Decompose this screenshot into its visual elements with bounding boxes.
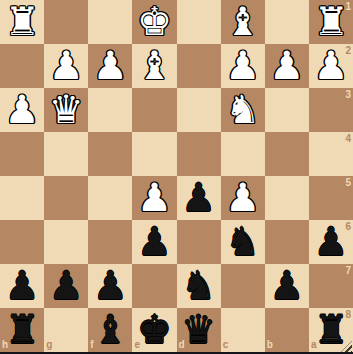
square-d5[interactable]: ♟: [177, 176, 221, 220]
square-e3[interactable]: [132, 88, 176, 132]
square-c2[interactable]: ♟: [221, 44, 265, 88]
square-c1[interactable]: ♝: [221, 0, 265, 44]
square-g6[interactable]: [44, 220, 88, 264]
square-g1[interactable]: [44, 0, 88, 44]
black-pawn-icon[interactable]: ♟: [93, 266, 128, 305]
chess-board-container: ♜♚♝♜♟♟♝♟♟♟♟♛♞♟♟♟♟♞♟♟♟♟♞♟♜♝♚♛♜ 12345678hg…: [0, 0, 353, 354]
square-h7[interactable]: ♟: [0, 264, 44, 308]
square-a5[interactable]: [309, 176, 353, 220]
square-h6[interactable]: [0, 220, 44, 264]
white-pawn-icon[interactable]: ♟: [5, 90, 40, 129]
square-f5[interactable]: [88, 176, 132, 220]
square-c5[interactable]: ♟: [221, 176, 265, 220]
square-b1[interactable]: [265, 0, 309, 44]
square-d4[interactable]: [177, 132, 221, 176]
white-pawn-icon[interactable]: ♟: [49, 46, 84, 85]
black-rook-icon[interactable]: ♜: [5, 310, 40, 349]
square-a3[interactable]: [309, 88, 353, 132]
square-e8[interactable]: ♚: [132, 308, 176, 352]
white-bishop-icon[interactable]: ♝: [137, 46, 172, 85]
square-c7[interactable]: [221, 264, 265, 308]
white-pawn-icon[interactable]: ♟: [313, 46, 348, 85]
square-f8[interactable]: ♝: [88, 308, 132, 352]
black-king-icon[interactable]: ♚: [137, 310, 172, 349]
white-knight-icon[interactable]: ♞: [225, 90, 260, 129]
square-f7[interactable]: ♟: [88, 264, 132, 308]
black-pawn-icon[interactable]: ♟: [49, 266, 84, 305]
white-king-icon[interactable]: ♚: [137, 2, 172, 41]
black-knight-icon[interactable]: ♞: [225, 222, 260, 261]
square-h4[interactable]: [0, 132, 44, 176]
black-queen-icon[interactable]: ♛: [181, 310, 216, 349]
square-f2[interactable]: ♟: [88, 44, 132, 88]
square-f4[interactable]: [88, 132, 132, 176]
square-b7[interactable]: ♟: [265, 264, 309, 308]
square-a1[interactable]: ♜: [309, 0, 353, 44]
square-a7[interactable]: [309, 264, 353, 308]
square-b6[interactable]: [265, 220, 309, 264]
square-d3[interactable]: [177, 88, 221, 132]
square-h2[interactable]: [0, 44, 44, 88]
square-a4[interactable]: [309, 132, 353, 176]
chess-board: ♜♚♝♜♟♟♝♟♟♟♟♛♞♟♟♟♟♞♟♟♟♟♞♟♜♝♚♛♜: [0, 0, 353, 352]
square-b2[interactable]: ♟: [265, 44, 309, 88]
black-pawn-icon[interactable]: ♟: [137, 222, 172, 261]
square-h1[interactable]: ♜: [0, 0, 44, 44]
square-g8[interactable]: [44, 308, 88, 352]
square-b8[interactable]: [265, 308, 309, 352]
square-c4[interactable]: [221, 132, 265, 176]
white-rook-icon[interactable]: ♜: [5, 2, 40, 41]
white-pawn-icon[interactable]: ♟: [225, 178, 260, 217]
square-g2[interactable]: ♟: [44, 44, 88, 88]
black-knight-icon[interactable]: ♞: [181, 266, 216, 305]
square-e1[interactable]: ♚: [132, 0, 176, 44]
square-b5[interactable]: [265, 176, 309, 220]
square-d8[interactable]: ♛: [177, 308, 221, 352]
black-bishop-icon[interactable]: ♝: [93, 310, 128, 349]
square-h8[interactable]: ♜: [0, 308, 44, 352]
square-h3[interactable]: ♟: [0, 88, 44, 132]
black-rook-icon[interactable]: ♜: [313, 310, 348, 349]
white-pawn-icon[interactable]: ♟: [225, 46, 260, 85]
square-g7[interactable]: ♟: [44, 264, 88, 308]
black-pawn-icon[interactable]: ♟: [313, 222, 348, 261]
white-bishop-icon[interactable]: ♝: [225, 2, 260, 41]
square-h5[interactable]: [0, 176, 44, 220]
square-f6[interactable]: [88, 220, 132, 264]
square-g3[interactable]: ♛: [44, 88, 88, 132]
square-f3[interactable]: [88, 88, 132, 132]
square-d7[interactable]: ♞: [177, 264, 221, 308]
white-pawn-icon[interactable]: ♟: [93, 46, 128, 85]
square-b4[interactable]: [265, 132, 309, 176]
square-e5[interactable]: ♟: [132, 176, 176, 220]
square-f1[interactable]: [88, 0, 132, 44]
square-e4[interactable]: [132, 132, 176, 176]
white-rook-icon[interactable]: ♜: [313, 2, 348, 41]
black-pawn-icon[interactable]: ♟: [181, 178, 216, 217]
square-a6[interactable]: ♟: [309, 220, 353, 264]
square-c3[interactable]: ♞: [221, 88, 265, 132]
black-pawn-icon[interactable]: ♟: [269, 266, 304, 305]
square-b3[interactable]: [265, 88, 309, 132]
square-a2[interactable]: ♟: [309, 44, 353, 88]
square-g4[interactable]: [44, 132, 88, 176]
square-d6[interactable]: [177, 220, 221, 264]
square-a8[interactable]: ♜: [309, 308, 353, 352]
square-e6[interactable]: ♟: [132, 220, 176, 264]
white-queen-icon[interactable]: ♛: [49, 90, 84, 129]
square-g5[interactable]: [44, 176, 88, 220]
square-c8[interactable]: [221, 308, 265, 352]
white-pawn-icon[interactable]: ♟: [269, 46, 304, 85]
black-pawn-icon[interactable]: ♟: [5, 266, 40, 305]
square-d1[interactable]: [177, 0, 221, 44]
square-e2[interactable]: ♝: [132, 44, 176, 88]
square-e7[interactable]: [132, 264, 176, 308]
square-c6[interactable]: ♞: [221, 220, 265, 264]
square-d2[interactable]: [177, 44, 221, 88]
white-pawn-icon[interactable]: ♟: [137, 178, 172, 217]
